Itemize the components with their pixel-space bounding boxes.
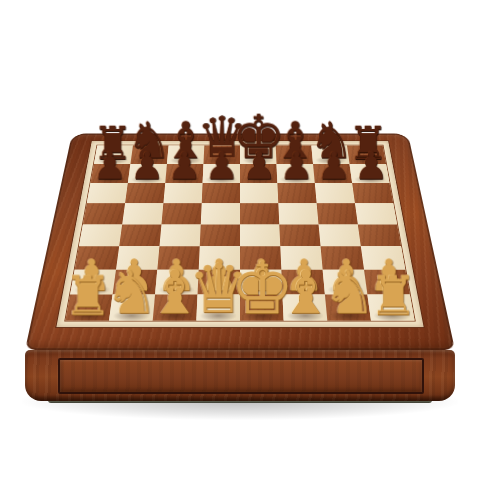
piece-shadow [156,310,194,321]
square-b1[interactable]: ♞ [109,295,155,321]
square-e2[interactable]: ♟ [240,270,282,295]
square-h1[interactable]: ♜ [367,295,414,321]
chess-box-photo: ♜♞♝♛♚♝♞♜♟♟♟♟♟♟♟♟♟♟♟♟♟♟♟♟♜♞♝♛♚♝♞♜ [0,0,480,480]
square-g3[interactable] [321,246,364,269]
square-a2[interactable]: ♟ [70,270,116,295]
piece-shadow [158,285,195,296]
square-c6[interactable] [163,183,202,203]
square-b5[interactable] [122,203,163,224]
square-b8[interactable]: ♞ [130,145,168,163]
square-d1[interactable]: ♛ [196,295,240,321]
piece-shadow [200,285,237,296]
square-a4[interactable] [79,224,122,246]
piece-shadow [243,310,281,321]
piece-shadow [369,285,407,296]
square-b6[interactable] [125,183,165,203]
square-e1[interactable]: ♚ [240,295,284,321]
square-c5[interactable] [161,203,201,224]
square-d7[interactable]: ♟ [203,164,240,183]
square-b7[interactable]: ♟ [128,164,167,183]
square-d2[interactable]: ♟ [198,270,240,295]
square-f5[interactable] [278,203,318,224]
square-g1[interactable]: ♞ [325,295,371,321]
square-c7[interactable]: ♟ [165,164,203,183]
square-g2[interactable]: ♟ [323,270,368,295]
piece-shadow [327,285,365,296]
piece-shadow [285,285,322,296]
chess-box-front [25,350,455,401]
square-a3[interactable] [75,246,120,269]
piece-shadow [199,310,237,321]
chess-box-lid: ♜♞♝♛♚♝♞♜♟♟♟♟♟♟♟♟♟♟♟♟♟♟♟♟♜♞♝♛♚♝♞♜ [25,134,455,350]
square-d4[interactable] [200,224,240,246]
square-c4[interactable] [159,224,200,246]
square-e4[interactable] [240,224,280,246]
square-e8[interactable]: ♚ [240,145,277,163]
square-c8[interactable]: ♝ [167,145,204,163]
square-g4[interactable] [319,224,361,246]
square-d6[interactable] [202,183,240,203]
square-a6[interactable] [87,183,128,203]
square-c2[interactable]: ♟ [155,270,199,295]
square-f2[interactable]: ♟ [281,270,325,295]
square-h6[interactable] [352,183,393,203]
square-b3[interactable] [116,246,159,269]
square-b2[interactable]: ♟ [113,270,158,295]
piece-shadow [373,310,412,321]
square-h5[interactable] [355,203,397,224]
square-f4[interactable] [279,224,320,246]
piece-shadow [286,310,324,321]
square-c1[interactable]: ♝ [153,295,198,321]
square-g8[interactable]: ♞ [311,145,349,163]
square-h7[interactable]: ♟ [350,164,390,183]
square-a8[interactable]: ♜ [94,145,133,163]
piece-shadow [115,285,153,296]
square-g5[interactable] [317,203,358,224]
square-d3[interactable] [199,246,240,269]
square-e3[interactable] [240,246,281,269]
square-e7[interactable]: ♟ [240,164,277,183]
piece-shadow [329,310,368,321]
square-d8[interactable]: ♛ [203,145,240,163]
storage-drawer-front [58,358,424,394]
square-g6[interactable] [315,183,355,203]
square-a5[interactable] [83,203,125,224]
square-h3[interactable] [361,246,406,269]
square-h8[interactable]: ♜ [347,145,386,163]
square-f7[interactable]: ♟ [277,164,315,183]
board-maple-border: ♜♞♝♛♚♝♞♜♟♟♟♟♟♟♟♟♟♟♟♟♟♟♟♟♜♞♝♛♚♝♞♜ [55,141,425,328]
chess-board: ♜♞♝♛♚♝♞♜♟♟♟♟♟♟♟♟♟♟♟♟♟♟♟♟♜♞♝♛♚♝♞♜ [64,145,416,322]
square-h4[interactable] [358,224,401,246]
square-f1[interactable]: ♝ [282,295,327,321]
square-f6[interactable] [277,183,316,203]
square-g7[interactable]: ♟ [313,164,352,183]
square-e5[interactable] [240,203,279,224]
square-h2[interactable]: ♟ [364,270,410,295]
piece-black-king-e8: ♚ [231,110,285,163]
square-d5[interactable] [201,203,240,224]
square-a1[interactable]: ♜ [65,295,112,321]
piece-shadow [243,285,280,296]
piece-shadow [112,310,151,321]
square-f8[interactable]: ♝ [276,145,313,163]
square-a7[interactable]: ♟ [90,164,130,183]
square-b4[interactable] [119,224,161,246]
square-e6[interactable] [240,183,278,203]
square-c3[interactable] [157,246,199,269]
piece-shadow [68,310,107,321]
piece-shadow [73,285,111,296]
square-f3[interactable] [280,246,322,269]
